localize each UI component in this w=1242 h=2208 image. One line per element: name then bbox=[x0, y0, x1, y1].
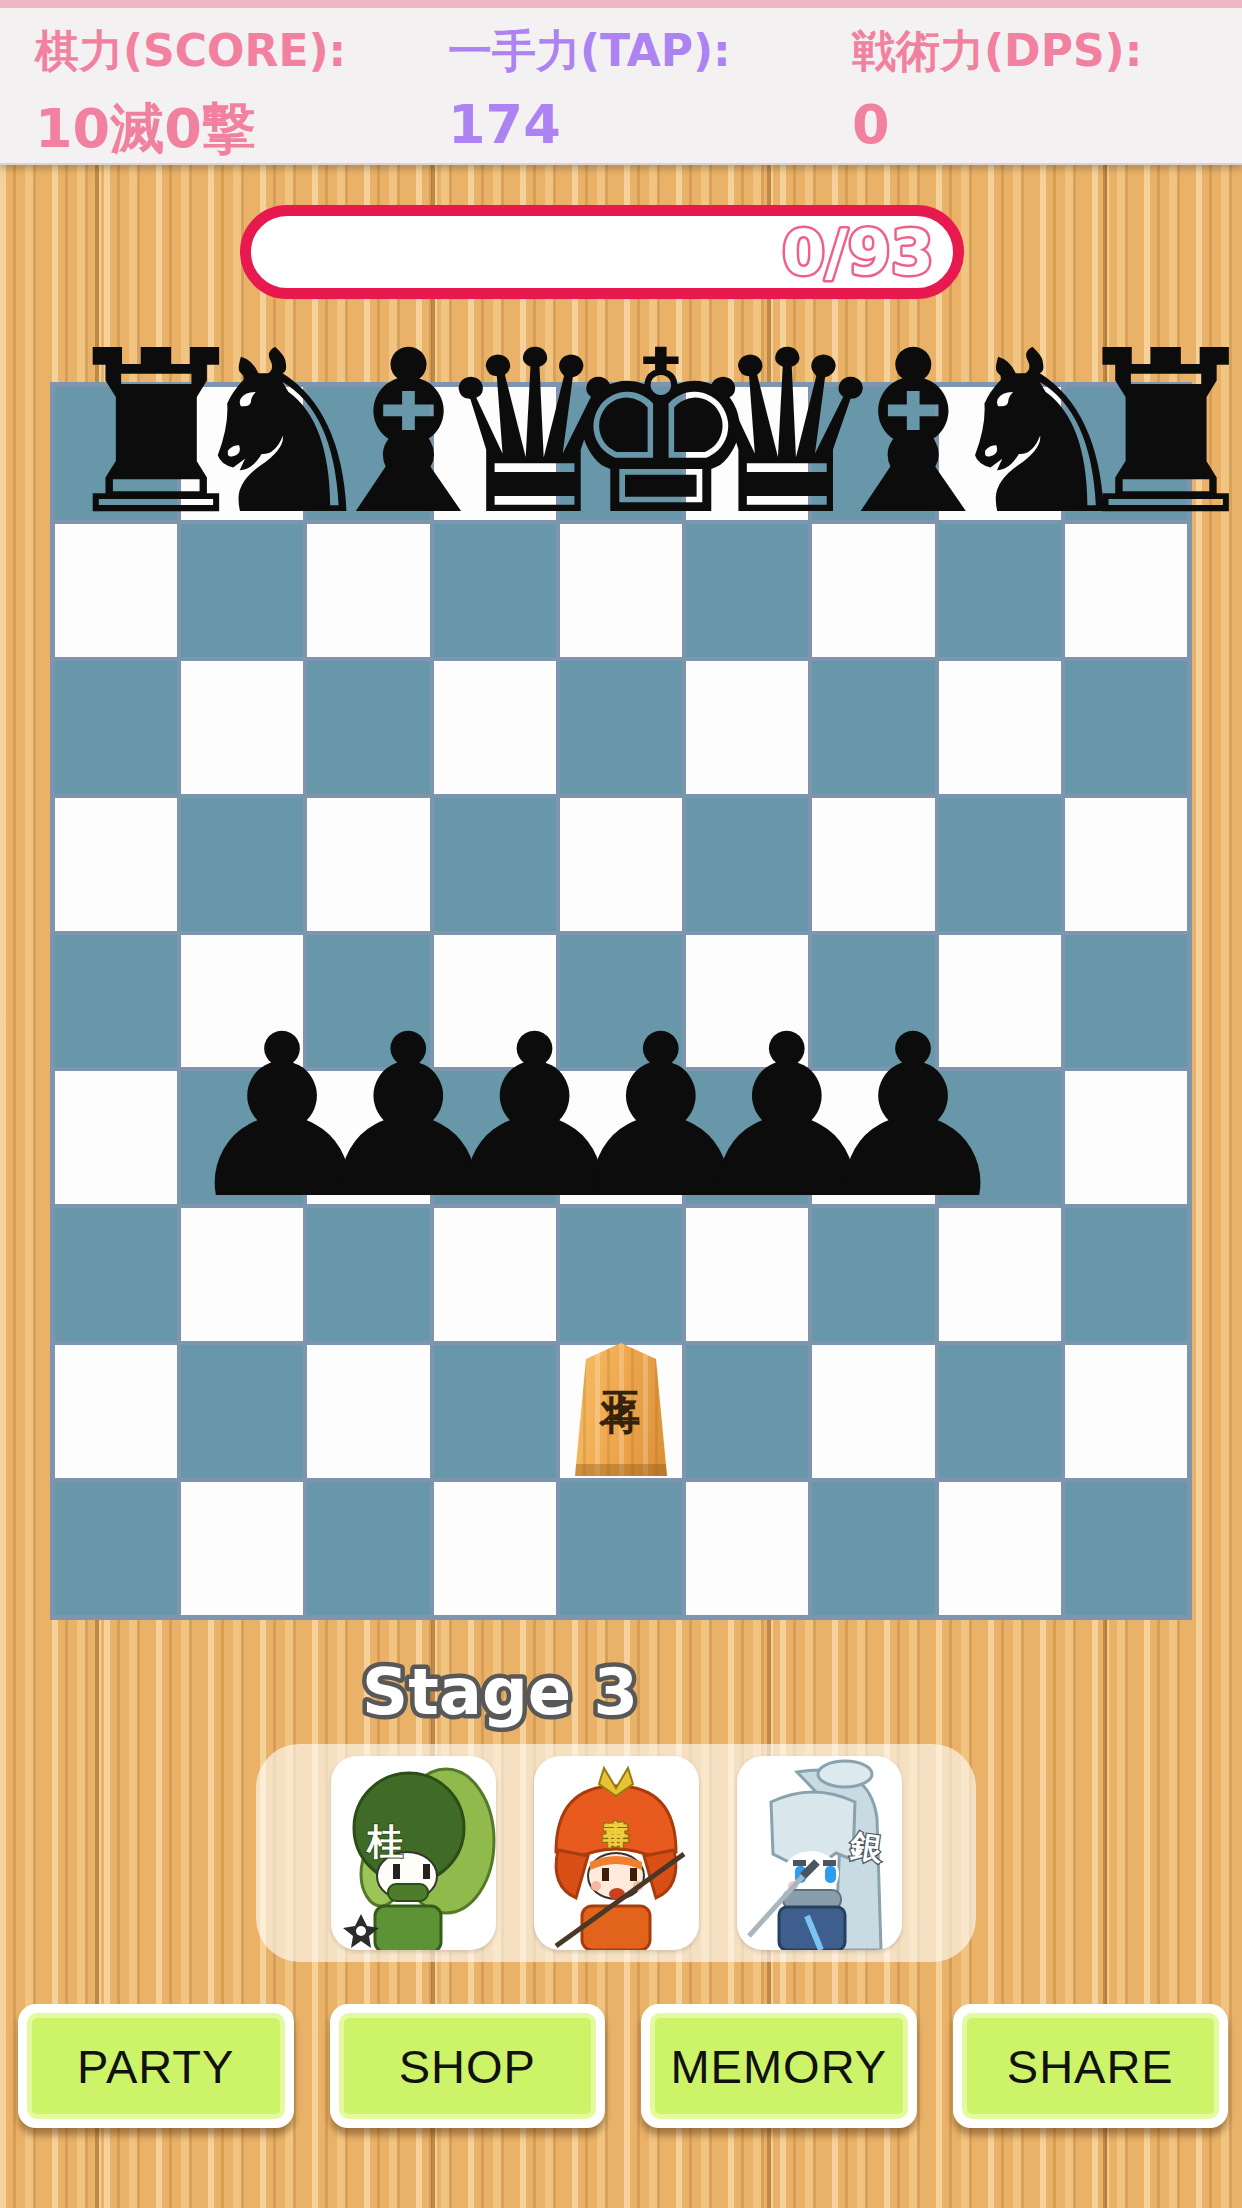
cell-4-4[interactable] bbox=[434, 798, 556, 931]
black-pawn-piece[interactable]: ♟ bbox=[812, 1005, 934, 1230]
party-button[interactable]: PARTY bbox=[18, 2004, 294, 2128]
enemy-hp-bar: 0/93 bbox=[240, 205, 964, 299]
button-bar: PARTY SHOP MEMORY SHARE bbox=[0, 2004, 1242, 2128]
cell-1-1[interactable]: ♜ bbox=[55, 387, 177, 520]
party-panel: 桂 香車 bbox=[256, 1744, 976, 1962]
party-card-gin[interactable]: 銀 bbox=[737, 1756, 902, 1950]
cell-1-9[interactable]: ♜ bbox=[1065, 387, 1187, 520]
green-body bbox=[375, 1906, 441, 1950]
cell-6-2[interactable]: ♟ bbox=[181, 1071, 303, 1204]
ninja-mask bbox=[388, 1884, 428, 1901]
cell-3-8[interactable] bbox=[939, 661, 1061, 794]
cell-8-6[interactable] bbox=[686, 1345, 808, 1478]
cell-1-3[interactable]: ♝ bbox=[307, 387, 429, 520]
cell-9-8[interactable] bbox=[939, 1482, 1061, 1615]
hp-counter: 0/93 bbox=[619, 218, 939, 288]
right-lash bbox=[823, 1860, 836, 1866]
top-pink-strip bbox=[0, 0, 1242, 8]
cell-9-2[interactable] bbox=[181, 1482, 303, 1615]
cell-1-6[interactable]: ♛ bbox=[686, 387, 808, 520]
cell-7-9[interactable] bbox=[1065, 1208, 1187, 1341]
black-pawn-piece[interactable]: ♟ bbox=[560, 1005, 682, 1230]
left-lash bbox=[793, 1860, 806, 1866]
cell-4-1[interactable] bbox=[55, 798, 177, 931]
dps-label: 戦術力(DPS): bbox=[852, 22, 1142, 81]
stat-tap: 一手力(TAP): 174 bbox=[448, 22, 731, 156]
cell-9-4[interactable] bbox=[434, 1482, 556, 1615]
shop-button[interactable]: SHOP bbox=[330, 2004, 606, 2128]
cell-9-3[interactable] bbox=[307, 1482, 429, 1615]
cell-1-5[interactable]: ♚ bbox=[560, 387, 682, 520]
share-button[interactable]: SHARE bbox=[953, 2004, 1229, 2128]
black-bishop-piece[interactable]: ♝ bbox=[307, 321, 429, 546]
cell-8-5[interactable]: 王将 bbox=[560, 1345, 682, 1478]
stage-label: Stage 3 bbox=[285, 1642, 725, 1742]
memory-button[interactable]: MEMORY bbox=[641, 2004, 917, 2128]
cell-3-3[interactable] bbox=[307, 661, 429, 794]
shop-button-label: SHOP bbox=[339, 2013, 597, 2119]
party-button-label: PARTY bbox=[27, 2013, 285, 2119]
blush-left bbox=[591, 1881, 601, 1891]
cell-3-6[interactable] bbox=[686, 661, 808, 794]
cell-4-7[interactable] bbox=[812, 798, 934, 931]
right-eye bbox=[630, 1868, 637, 1881]
cell-9-7[interactable] bbox=[812, 1482, 934, 1615]
stat-dps: 戦術力(DPS): 0 bbox=[852, 22, 1142, 156]
black-rook-piece[interactable]: ♜ bbox=[55, 321, 177, 546]
cell-6-6[interactable]: ♟ bbox=[686, 1071, 808, 1204]
game-screen: 棋力(SCORE): 10滅0撃 一手力(TAP): 174 戦術力(DPS):… bbox=[0, 0, 1242, 2208]
party-card-keima[interactable]: 桂 bbox=[331, 1756, 496, 1950]
cell-9-6[interactable] bbox=[686, 1482, 808, 1615]
gin-kanji: 銀 bbox=[847, 1826, 886, 1868]
left-eye bbox=[393, 1864, 400, 1879]
cell-3-5[interactable] bbox=[560, 661, 682, 794]
cell-6-9[interactable] bbox=[1065, 1071, 1187, 1204]
cell-1-2[interactable]: ♞ bbox=[181, 387, 303, 520]
stat-score: 棋力(SCORE): 10滅0撃 bbox=[35, 22, 346, 166]
cell-4-5[interactable] bbox=[560, 798, 682, 931]
black-knight-piece[interactable]: ♞ bbox=[181, 321, 303, 546]
cell-9-1[interactable] bbox=[55, 1482, 177, 1615]
cell-8-4[interactable] bbox=[434, 1345, 556, 1478]
black-bishop-piece[interactable]: ♝ bbox=[812, 321, 934, 546]
hp-counter-text: 0/93 bbox=[782, 218, 934, 288]
board[interactable]: ♜♞♝♛♚♛♝♞♜♟♟♟♟♟♟王将 bbox=[50, 382, 1192, 1620]
cell-8-2[interactable] bbox=[181, 1345, 303, 1478]
cell-8-7[interactable] bbox=[812, 1345, 934, 1478]
cell-5-1[interactable] bbox=[55, 935, 177, 1068]
cell-6-4[interactable]: ♟ bbox=[434, 1071, 556, 1204]
cell-1-4[interactable]: ♛ bbox=[434, 387, 556, 520]
cell-3-2[interactable] bbox=[181, 661, 303, 794]
right-eye bbox=[423, 1864, 430, 1879]
black-rook-piece[interactable]: ♜ bbox=[1065, 321, 1187, 546]
cell-3-9[interactable] bbox=[1065, 661, 1187, 794]
cell-7-1[interactable] bbox=[55, 1208, 177, 1341]
keima-kanji: 桂 bbox=[366, 1821, 403, 1862]
shuriken-center bbox=[356, 1926, 366, 1936]
helmet-flap-left bbox=[556, 1850, 588, 1898]
cell-8-9[interactable] bbox=[1065, 1345, 1187, 1478]
cell-1-7[interactable]: ♝ bbox=[812, 387, 934, 520]
black-queen-piece[interactable]: ♛ bbox=[434, 321, 556, 546]
right-eye bbox=[825, 1866, 836, 1883]
cell-6-7[interactable]: ♟ bbox=[812, 1071, 934, 1204]
shogi-king-piece[interactable]: 王将 bbox=[571, 1343, 671, 1476]
cell-8-1[interactable] bbox=[55, 1345, 177, 1478]
left-eye bbox=[602, 1868, 609, 1881]
black-pawn-piece[interactable]: ♟ bbox=[434, 1005, 556, 1230]
black-knight-piece[interactable]: ♞ bbox=[939, 321, 1061, 546]
cell-1-8[interactable]: ♞ bbox=[939, 387, 1061, 520]
cell-9-9[interactable] bbox=[1065, 1482, 1187, 1615]
hair-loop bbox=[818, 1761, 872, 1787]
cell-8-8[interactable] bbox=[939, 1345, 1061, 1478]
black-king-piece[interactable]: ♚ bbox=[560, 321, 682, 546]
cell-4-3[interactable] bbox=[307, 798, 429, 931]
dps-value: 0 bbox=[852, 93, 1142, 156]
cell-6-5[interactable]: ♟ bbox=[560, 1071, 682, 1204]
stats-bar: 棋力(SCORE): 10滅0撃 一手力(TAP): 174 戦術力(DPS):… bbox=[0, 0, 1242, 165]
cell-5-9[interactable] bbox=[1065, 935, 1187, 1068]
black-pawn-piece[interactable]: ♟ bbox=[307, 1005, 429, 1230]
share-button-label: SHARE bbox=[962, 2013, 1220, 2119]
armor-body bbox=[582, 1906, 650, 1950]
cell-4-9[interactable] bbox=[1065, 798, 1187, 931]
cell-4-6[interactable] bbox=[686, 798, 808, 931]
party-card-kyousha[interactable]: 香車 bbox=[534, 1756, 699, 1950]
cell-8-3[interactable] bbox=[307, 1345, 429, 1478]
shogi-king-kanji: 王将 bbox=[601, 1359, 641, 1367]
cell-9-5[interactable] bbox=[560, 1482, 682, 1615]
cell-4-8[interactable] bbox=[939, 798, 1061, 931]
cell-3-7[interactable] bbox=[812, 661, 934, 794]
black-pawn-piece[interactable]: ♟ bbox=[686, 1005, 808, 1230]
cell-3-4[interactable] bbox=[434, 661, 556, 794]
memory-button-label: MEMORY bbox=[650, 2013, 908, 2119]
tap-value: 174 bbox=[448, 93, 731, 156]
stage-label-text: Stage 3 bbox=[362, 1655, 638, 1729]
tap-label: 一手力(TAP): bbox=[448, 22, 731, 81]
cell-3-1[interactable] bbox=[55, 661, 177, 794]
cell-6-3[interactable]: ♟ bbox=[307, 1071, 429, 1204]
cell-4-2[interactable] bbox=[181, 798, 303, 931]
score-value: 10滅0撃 bbox=[35, 93, 346, 166]
score-label: 棋力(SCORE): bbox=[35, 22, 346, 81]
black-pawn-piece[interactable]: ♟ bbox=[181, 1005, 303, 1230]
cell-6-1[interactable] bbox=[55, 1071, 177, 1204]
black-queen-piece[interactable]: ♛ bbox=[686, 321, 808, 546]
